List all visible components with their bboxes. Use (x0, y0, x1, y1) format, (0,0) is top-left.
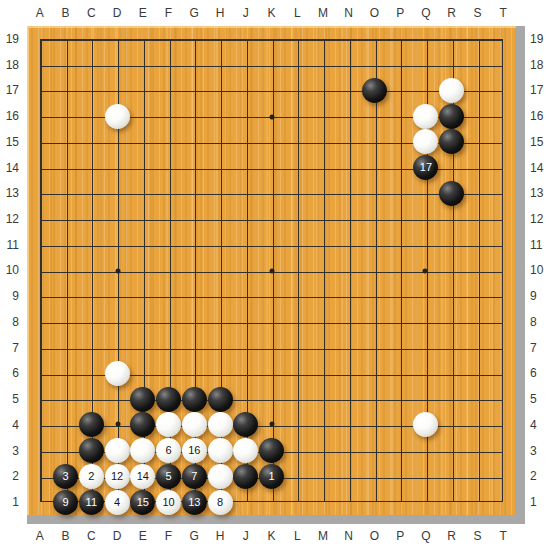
black-stone-R13[interactable] (439, 181, 464, 206)
black-stone-K3[interactable] (259, 438, 284, 463)
col-label-top-S: S (465, 3, 491, 23)
move-number: 1 (268, 471, 274, 482)
black-stone-C4[interactable] (79, 412, 104, 437)
col-label-bottom-G: G (181, 526, 207, 546)
col-label-top-G: G (181, 3, 207, 23)
move-number: 7 (191, 471, 197, 482)
row-label-left-19: 19 (0, 32, 24, 46)
col-label-bottom-K: K (259, 526, 285, 546)
row-label-right-13: 13 (526, 186, 550, 200)
col-label-bottom-S: S (465, 526, 491, 546)
col-label-top-N: N (336, 3, 362, 23)
row-label-right-1: 1 (526, 495, 550, 509)
white-stone-F1-move-10[interactable]: 10 (156, 490, 181, 515)
white-stone-D1-move-4[interactable]: 4 (105, 490, 130, 515)
row-label-right-3: 3 (526, 444, 550, 458)
row-label-right-7: 7 (526, 341, 550, 355)
white-stone-D16[interactable] (105, 104, 130, 129)
white-stone-Q4[interactable] (413, 412, 438, 437)
white-stone-H4[interactable] (208, 412, 233, 437)
col-label-top-B: B (53, 3, 79, 23)
col-label-top-C: C (78, 3, 104, 23)
col-label-bottom-B: B (53, 526, 79, 546)
col-label-top-H: H (207, 3, 233, 23)
col-label-top-M: M (310, 3, 336, 23)
row-label-right-4: 4 (526, 418, 550, 432)
row-label-left-7: 7 (0, 341, 24, 355)
white-stone-G3-move-16[interactable]: 16 (182, 438, 207, 463)
col-label-top-F: F (156, 3, 182, 23)
move-number: 17 (420, 162, 432, 173)
black-stone-K2-move-1[interactable]: 1 (259, 464, 284, 489)
move-number: 2 (88, 471, 94, 482)
col-label-top-D: D (104, 3, 130, 23)
row-label-right-19: 19 (526, 32, 550, 46)
white-stone-R17[interactable] (439, 78, 464, 103)
row-label-left-6: 6 (0, 366, 24, 380)
move-number: 11 (86, 497, 97, 508)
move-number: 5 (165, 471, 171, 482)
move-number: 9 (63, 497, 69, 508)
col-label-bottom-O: O (362, 526, 388, 546)
row-label-left-11: 11 (0, 238, 24, 252)
col-label-bottom-H: H (207, 526, 233, 546)
white-stone-H2[interactable] (208, 464, 233, 489)
move-number: 13 (188, 497, 200, 508)
row-label-left-3: 3 (0, 444, 24, 458)
white-stone-H3[interactable] (208, 438, 233, 463)
row-label-right-15: 15 (526, 135, 550, 149)
white-stone-J3[interactable] (233, 438, 258, 463)
black-stone-F2-move-5[interactable]: 5 (156, 464, 181, 489)
move-number: 10 (162, 497, 174, 508)
move-number: 16 (188, 445, 200, 456)
col-label-bottom-E: E (130, 526, 156, 546)
black-stone-B1-move-9[interactable]: 9 (53, 490, 78, 515)
col-label-bottom-J: J (233, 526, 259, 546)
col-label-bottom-R: R (439, 526, 465, 546)
coordinates-left: 19181716151413121110987654321 (0, 26, 24, 515)
white-stone-H1-move-8[interactable]: 8 (208, 490, 233, 515)
row-label-right-18: 18 (526, 58, 550, 72)
black-stone-R15[interactable] (439, 129, 464, 154)
black-stone-H5[interactable] (208, 387, 233, 412)
row-label-left-5: 5 (0, 392, 24, 406)
row-label-right-17: 17 (526, 83, 550, 97)
row-label-right-16: 16 (526, 109, 550, 123)
col-label-bottom-F: F (156, 526, 182, 546)
coordinates-top: ABCDEFGHJKLMNOPQRST (27, 3, 516, 23)
move-number: 4 (114, 497, 120, 508)
black-stone-Q14-move-17[interactable]: 17 (413, 155, 438, 180)
col-label-top-Q: Q (413, 3, 439, 23)
col-label-top-A: A (27, 3, 53, 23)
row-label-right-6: 6 (526, 366, 550, 380)
white-stone-F4[interactable] (156, 412, 181, 437)
black-stone-J4[interactable] (233, 412, 258, 437)
row-label-left-17: 17 (0, 83, 24, 97)
white-stone-E3[interactable] (130, 438, 155, 463)
white-stone-E2-move-14[interactable]: 14 (130, 464, 155, 489)
black-stone-J2[interactable] (233, 464, 258, 489)
row-label-right-9: 9 (526, 289, 550, 303)
col-label-bottom-L: L (284, 526, 310, 546)
row-label-left-9: 9 (0, 289, 24, 303)
goban[interactable]: 1761632121457191141510138 (27, 26, 516, 515)
col-label-bottom-M: M (310, 526, 336, 546)
col-label-top-L: L (284, 3, 310, 23)
row-label-right-14: 14 (526, 161, 550, 175)
row-label-left-2: 2 (0, 469, 24, 483)
black-stone-G2-move-7[interactable]: 7 (182, 464, 207, 489)
stone-grid: 1761632121457191141510138 (27, 26, 516, 515)
col-label-bottom-C: C (78, 526, 104, 546)
col-label-top-T: T (490, 3, 516, 23)
black-stone-C3[interactable] (79, 438, 104, 463)
col-label-top-R: R (439, 3, 465, 23)
row-label-left-8: 8 (0, 315, 24, 329)
black-stone-O17[interactable] (362, 78, 387, 103)
row-label-right-10: 10 (526, 263, 550, 277)
col-label-top-O: O (362, 3, 388, 23)
black-stone-C1-move-11[interactable]: 11 (79, 490, 104, 515)
white-stone-D6[interactable] (105, 361, 130, 386)
col-label-bottom-N: N (336, 526, 362, 546)
col-label-bottom-D: D (104, 526, 130, 546)
black-stone-E4[interactable] (130, 412, 155, 437)
row-label-right-11: 11 (526, 238, 550, 252)
row-label-right-2: 2 (526, 469, 550, 483)
col-label-top-P: P (387, 3, 413, 23)
row-label-left-18: 18 (0, 58, 24, 72)
move-number: 15 (137, 497, 149, 508)
col-label-bottom-P: P (387, 526, 413, 546)
row-label-left-10: 10 (0, 263, 24, 277)
row-label-left-12: 12 (0, 212, 24, 226)
row-label-right-5: 5 (526, 392, 550, 406)
black-stone-G1-move-13[interactable]: 13 (182, 490, 207, 515)
white-stone-D2-move-12[interactable]: 12 (105, 464, 130, 489)
row-label-right-12: 12 (526, 212, 550, 226)
white-stone-C2-move-2[interactable]: 2 (79, 464, 104, 489)
col-label-bottom-Q: Q (413, 526, 439, 546)
move-number: 12 (111, 471, 123, 482)
black-stone-E5[interactable] (130, 387, 155, 412)
col-label-top-E: E (130, 3, 156, 23)
col-label-bottom-T: T (490, 526, 516, 546)
row-label-left-16: 16 (0, 109, 24, 123)
black-stone-E1-move-15[interactable]: 15 (130, 490, 155, 515)
row-label-left-4: 4 (0, 418, 24, 432)
coordinates-right: 19181716151413121110987654321 (526, 26, 550, 515)
row-label-left-15: 15 (0, 135, 24, 149)
row-label-left-1: 1 (0, 495, 24, 509)
col-label-top-J: J (233, 3, 259, 23)
white-stone-D3[interactable] (105, 438, 130, 463)
coordinates-bottom: ABCDEFGHJKLMNOPQRST (27, 526, 516, 546)
white-stone-Q15[interactable] (413, 129, 438, 154)
white-stone-Q16[interactable] (413, 104, 438, 129)
move-number: 14 (137, 471, 149, 482)
move-number: 3 (63, 471, 69, 482)
go-diagram: ABCDEFGHJKLMNOPQRST ABCDEFGHJKLMNOPQRST … (0, 0, 550, 550)
move-number: 6 (165, 445, 171, 456)
white-stone-F3-move-6[interactable]: 6 (156, 438, 181, 463)
move-number: 8 (217, 497, 223, 508)
col-label-top-K: K (259, 3, 285, 23)
row-label-left-13: 13 (0, 186, 24, 200)
row-label-left-14: 14 (0, 161, 24, 175)
black-stone-F5[interactable] (156, 387, 181, 412)
row-label-right-8: 8 (526, 315, 550, 329)
black-stone-B2-move-3[interactable]: 3 (53, 464, 78, 489)
col-label-bottom-A: A (27, 526, 53, 546)
white-stone-G4[interactable] (182, 412, 207, 437)
black-stone-G5[interactable] (182, 387, 207, 412)
black-stone-R16[interactable] (439, 104, 464, 129)
